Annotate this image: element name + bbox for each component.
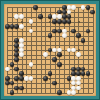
black-stone[interactable] <box>62 5 67 10</box>
white-stone[interactable] <box>29 29 34 34</box>
grid-line-horizontal <box>7 93 92 94</box>
black-stone[interactable] <box>86 29 91 34</box>
black-stone[interactable] <box>10 90 15 95</box>
hoshi-dot <box>49 21 51 23</box>
black-stone[interactable] <box>10 81 15 86</box>
black-stone[interactable] <box>10 62 15 67</box>
go-app-window <box>0 0 100 100</box>
grid-line-vertical <box>93 7 94 92</box>
black-stone[interactable] <box>33 5 38 10</box>
grid-line-horizontal <box>7 64 92 65</box>
white-stone[interactable] <box>76 81 81 86</box>
white-stone[interactable] <box>19 14 24 19</box>
black-stone[interactable] <box>62 19 67 24</box>
white-stone[interactable] <box>19 24 24 29</box>
white-stone[interactable] <box>43 52 48 57</box>
black-stone[interactable] <box>48 71 53 76</box>
white-stone[interactable] <box>29 62 34 67</box>
black-stone[interactable] <box>71 29 76 34</box>
white-stone[interactable] <box>29 76 34 81</box>
black-stone[interactable] <box>76 33 81 38</box>
black-stone[interactable] <box>86 5 91 10</box>
hoshi-dot <box>49 78 51 80</box>
white-stone[interactable] <box>62 33 67 38</box>
white-stone[interactable] <box>19 43 24 48</box>
white-stone[interactable] <box>76 86 81 91</box>
hoshi-dot <box>78 49 80 51</box>
black-stone[interactable] <box>38 14 43 19</box>
black-stone[interactable] <box>81 71 86 76</box>
hoshi-dot <box>78 21 80 23</box>
black-stone[interactable] <box>19 86 24 91</box>
white-stone[interactable] <box>71 90 76 95</box>
white-stone[interactable] <box>5 67 10 72</box>
black-stone[interactable] <box>14 57 19 62</box>
hoshi-dot <box>21 21 23 23</box>
grid-line-vertical <box>88 7 89 92</box>
black-stone[interactable] <box>81 38 86 43</box>
black-stone[interactable] <box>52 81 57 86</box>
black-stone[interactable] <box>57 90 62 95</box>
white-stone[interactable] <box>71 5 76 10</box>
white-stone[interactable] <box>81 5 86 10</box>
grid-line-vertical <box>83 7 84 92</box>
go-board[interactable] <box>4 4 96 96</box>
black-stone[interactable] <box>57 52 62 57</box>
black-stone[interactable] <box>86 71 91 76</box>
black-stone[interactable] <box>48 33 53 38</box>
white-stone[interactable] <box>71 48 76 53</box>
black-stone[interactable] <box>67 19 72 24</box>
black-stone[interactable] <box>52 57 57 62</box>
black-stone[interactable] <box>43 76 48 81</box>
white-stone[interactable] <box>29 19 34 24</box>
black-stone[interactable] <box>57 62 62 67</box>
black-stone[interactable] <box>5 81 10 86</box>
black-stone[interactable] <box>14 67 19 72</box>
grid-line-horizontal <box>7 59 92 60</box>
black-stone[interactable] <box>5 24 10 29</box>
black-stone[interactable] <box>90 10 95 15</box>
white-stone[interactable] <box>19 52 24 57</box>
white-stone[interactable] <box>76 52 81 57</box>
white-stone[interactable] <box>24 76 29 81</box>
